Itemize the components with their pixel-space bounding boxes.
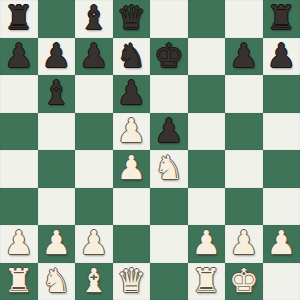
square-a4[interactable]	[0, 150, 38, 188]
chess-board: ♜♝♛♜♟♟♟♞♚♟♟♝♟♟♟♟♞♟♟♟♟♟♟♜♞♝♛♜♚	[0, 0, 300, 300]
piece-white-rook[interactable]: ♜	[4, 264, 34, 297]
square-f8[interactable]	[188, 0, 226, 38]
piece-white-bishop[interactable]: ♝	[79, 264, 109, 297]
square-b1[interactable]: ♞	[38, 263, 76, 300]
piece-white-pawn[interactable]: ♟	[79, 226, 109, 259]
piece-white-rook[interactable]: ♜	[191, 264, 221, 297]
square-g4[interactable]	[225, 150, 263, 188]
square-e3[interactable]	[150, 188, 188, 226]
piece-white-king[interactable]: ♚	[229, 264, 259, 297]
piece-white-pawn[interactable]: ♟	[229, 226, 259, 259]
square-g6[interactable]	[225, 75, 263, 113]
square-d7[interactable]: ♞	[113, 38, 151, 76]
piece-black-knight[interactable]: ♞	[116, 39, 146, 72]
square-a1[interactable]: ♜	[0, 263, 38, 300]
square-g5[interactable]	[225, 113, 263, 151]
square-a8[interactable]: ♜	[0, 0, 38, 38]
piece-white-knight[interactable]: ♞	[154, 151, 184, 184]
square-e2[interactable]	[150, 225, 188, 263]
square-h3[interactable]	[263, 188, 301, 226]
square-e4[interactable]: ♞	[150, 150, 188, 188]
square-f7[interactable]	[188, 38, 226, 76]
piece-black-rook[interactable]: ♜	[266, 1, 296, 34]
square-g2[interactable]: ♟	[225, 225, 263, 263]
square-c5[interactable]	[75, 113, 113, 151]
square-g3[interactable]	[225, 188, 263, 226]
square-e1[interactable]	[150, 263, 188, 300]
square-h7[interactable]: ♟	[263, 38, 301, 76]
square-c2[interactable]: ♟	[75, 225, 113, 263]
square-a3[interactable]	[0, 188, 38, 226]
square-b5[interactable]	[38, 113, 76, 151]
square-g1[interactable]: ♚	[225, 263, 263, 300]
piece-black-pawn[interactable]: ♟	[154, 114, 184, 147]
piece-white-pawn[interactable]: ♟	[191, 226, 221, 259]
square-d6[interactable]: ♟	[113, 75, 151, 113]
square-h6[interactable]	[263, 75, 301, 113]
square-b2[interactable]: ♟	[38, 225, 76, 263]
square-a2[interactable]: ♟	[0, 225, 38, 263]
square-c7[interactable]: ♟	[75, 38, 113, 76]
piece-black-pawn[interactable]: ♟	[4, 39, 34, 72]
square-d8[interactable]: ♛	[113, 0, 151, 38]
square-h5[interactable]	[263, 113, 301, 151]
square-a7[interactable]: ♟	[0, 38, 38, 76]
square-b3[interactable]	[38, 188, 76, 226]
square-b4[interactable]	[38, 150, 76, 188]
square-f4[interactable]	[188, 150, 226, 188]
square-b8[interactable]	[38, 0, 76, 38]
square-h4[interactable]	[263, 150, 301, 188]
square-a5[interactable]	[0, 113, 38, 151]
square-f5[interactable]	[188, 113, 226, 151]
square-h2[interactable]: ♟	[263, 225, 301, 263]
square-b7[interactable]: ♟	[38, 38, 76, 76]
square-a6[interactable]	[0, 75, 38, 113]
square-g8[interactable]	[225, 0, 263, 38]
square-c1[interactable]: ♝	[75, 263, 113, 300]
piece-black-bishop[interactable]: ♝	[79, 1, 109, 34]
piece-black-bishop[interactable]: ♝	[41, 76, 71, 109]
piece-white-queen[interactable]: ♛	[116, 264, 146, 297]
piece-black-rook[interactable]: ♜	[4, 1, 34, 34]
square-c6[interactable]	[75, 75, 113, 113]
piece-white-knight[interactable]: ♞	[41, 264, 71, 297]
piece-black-pawn[interactable]: ♟	[41, 39, 71, 72]
piece-black-pawn[interactable]: ♟	[266, 39, 296, 72]
square-h1[interactable]	[263, 263, 301, 300]
square-c3[interactable]	[75, 188, 113, 226]
piece-black-pawn[interactable]: ♟	[79, 39, 109, 72]
square-b6[interactable]: ♝	[38, 75, 76, 113]
square-f6[interactable]	[188, 75, 226, 113]
piece-white-pawn[interactable]: ♟	[116, 151, 146, 184]
square-f2[interactable]: ♟	[188, 225, 226, 263]
square-d5[interactable]: ♟	[113, 113, 151, 151]
square-d2[interactable]	[113, 225, 151, 263]
square-d1[interactable]: ♛	[113, 263, 151, 300]
square-c8[interactable]: ♝	[75, 0, 113, 38]
square-e5[interactable]: ♟	[150, 113, 188, 151]
piece-white-pawn[interactable]: ♟	[266, 226, 296, 259]
piece-black-pawn[interactable]: ♟	[229, 39, 259, 72]
square-e6[interactable]	[150, 75, 188, 113]
square-f1[interactable]: ♜	[188, 263, 226, 300]
square-c4[interactable]	[75, 150, 113, 188]
square-h8[interactable]: ♜	[263, 0, 301, 38]
square-f3[interactable]	[188, 188, 226, 226]
piece-black-queen[interactable]: ♛	[116, 1, 146, 34]
piece-black-pawn[interactable]: ♟	[116, 76, 146, 109]
piece-black-king[interactable]: ♚	[154, 39, 184, 72]
square-e7[interactable]: ♚	[150, 38, 188, 76]
piece-white-pawn[interactable]: ♟	[116, 114, 146, 147]
square-d4[interactable]: ♟	[113, 150, 151, 188]
square-d3[interactable]	[113, 188, 151, 226]
piece-white-pawn[interactable]: ♟	[4, 226, 34, 259]
square-g7[interactable]: ♟	[225, 38, 263, 76]
piece-white-pawn[interactable]: ♟	[41, 226, 71, 259]
square-e8[interactable]	[150, 0, 188, 38]
